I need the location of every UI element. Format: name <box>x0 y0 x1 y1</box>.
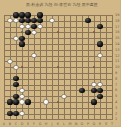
white-stone <box>25 24 30 29</box>
black-stone <box>13 76 18 81</box>
white-stone <box>61 94 66 99</box>
go-board[interactable]: ABCDEFGHJKLMNOPQRST 19181716151413121110… <box>0 10 120 126</box>
white-stone <box>13 65 18 70</box>
game-info-header: 黑:朴永训 九段 白:李世石 九段 黑中盘胜 <box>0 0 120 10</box>
white-stone <box>7 18 12 23</box>
black-stone <box>97 41 102 46</box>
column-labels: ABCDEFGHJKLMNOPQRST <box>0 121 120 127</box>
black-stone <box>97 88 102 93</box>
black-stone <box>13 82 18 87</box>
black-stone <box>37 18 42 23</box>
black-stone <box>25 18 30 23</box>
row-number: 4 <box>114 100 121 104</box>
white-stone <box>13 18 18 23</box>
row-number: 8 <box>114 77 121 81</box>
black-stone <box>13 94 18 99</box>
white-stone <box>19 88 24 93</box>
black-stone <box>37 12 42 17</box>
row-number: 1 <box>114 117 121 121</box>
white-stone <box>37 24 42 29</box>
white-stone <box>43 99 48 104</box>
black-stone <box>19 41 24 46</box>
white-stone <box>91 82 96 87</box>
black-stone <box>13 111 18 116</box>
row-number: 12 <box>114 54 121 58</box>
row-number: 2 <box>114 112 121 116</box>
black-stone <box>25 12 30 17</box>
black-stone <box>19 36 24 41</box>
black-stone <box>97 94 102 99</box>
row-number: 18 <box>114 19 121 23</box>
row-number: 19 <box>114 13 121 17</box>
black-stone <box>79 88 84 93</box>
black-stone <box>85 18 90 23</box>
row-number: 9 <box>114 71 121 75</box>
go-kifu-screen: 黑:朴永训 九段 白:李世石 九段 黑中盘胜 ABCDEFGHJKLMNOPQR… <box>0 0 120 126</box>
black-stone <box>13 99 18 104</box>
black-stone <box>91 99 96 104</box>
black-stone <box>25 99 30 104</box>
black-stone <box>19 12 24 17</box>
row-number: 11 <box>114 59 121 63</box>
row-number: 17 <box>114 25 121 29</box>
black-stone <box>25 30 30 35</box>
row-number: 6 <box>114 88 121 92</box>
black-stone <box>97 24 102 29</box>
white-stone <box>19 99 24 104</box>
white-stone <box>19 111 24 116</box>
white-stone <box>97 53 102 58</box>
hoshi-point <box>57 101 59 103</box>
black-stone <box>7 111 12 116</box>
row-number: 7 <box>114 83 121 87</box>
white-stone <box>49 18 54 23</box>
row-number: 3 <box>114 106 121 110</box>
black-stone <box>7 99 12 104</box>
row-number: 5 <box>114 94 121 98</box>
black-stone <box>31 18 36 23</box>
white-stone <box>97 82 102 87</box>
row-number: 16 <box>114 30 121 34</box>
black-stone <box>13 12 18 17</box>
black-stone <box>91 88 96 93</box>
black-stone <box>31 24 36 29</box>
white-stone <box>13 36 18 41</box>
white-stone <box>31 53 36 58</box>
row-numbers: 19181716151413121110987654321 <box>114 10 121 126</box>
row-number: 15 <box>114 36 121 40</box>
white-stone <box>19 24 24 29</box>
white-stone <box>19 94 24 99</box>
black-stone <box>19 18 24 23</box>
row-number: 10 <box>114 65 121 69</box>
white-stone <box>7 59 12 64</box>
white-stone <box>31 30 36 35</box>
row-number: 13 <box>114 48 121 52</box>
row-number: 14 <box>114 42 121 46</box>
